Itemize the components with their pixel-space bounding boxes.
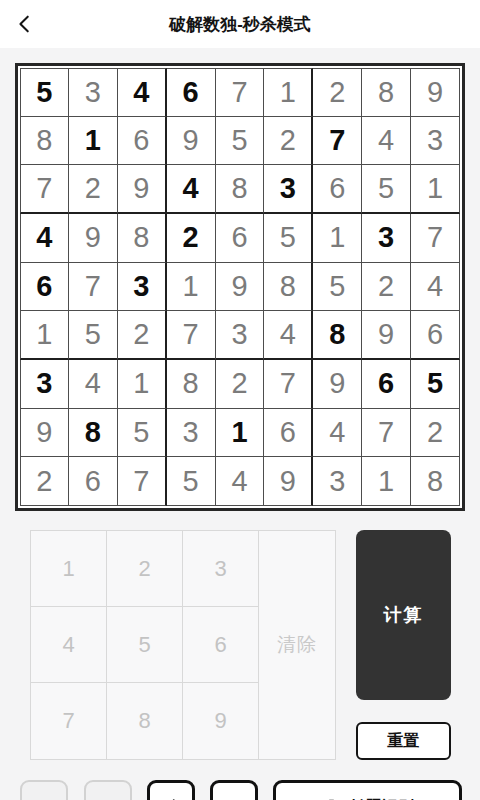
sudoku-cell[interactable]: 7: [69, 263, 118, 312]
sudoku-cell[interactable]: 5: [362, 165, 411, 214]
sudoku-cell[interactable]: 7: [20, 165, 69, 214]
sudoku-cell[interactable]: 4: [313, 409, 362, 458]
keypad-key-6[interactable]: 6: [183, 607, 259, 683]
sudoku-cell[interactable]: 1: [69, 117, 118, 166]
reset-button[interactable]: 重置: [356, 722, 451, 760]
keypad-key-8[interactable]: 8: [107, 683, 183, 759]
sudoku-cell[interactable]: 6: [118, 117, 167, 166]
sudoku-cell[interactable]: 6: [167, 68, 216, 117]
sudoku-cell[interactable]: 9: [313, 360, 362, 409]
sudoku-cell[interactable]: 1: [216, 409, 265, 458]
sudoku-board: 5346712898169527437294836514982651376731…: [15, 63, 465, 511]
sudoku-cell[interactable]: 7: [216, 68, 265, 117]
sudoku-cell[interactable]: 7: [118, 457, 167, 506]
sudoku-cell[interactable]: 8: [264, 263, 313, 312]
collapse-button[interactable]: ▲: [210, 780, 258, 800]
sudoku-cell[interactable]: 8: [20, 117, 69, 166]
sudoku-cell[interactable]: 5: [20, 68, 69, 117]
prev-step-button[interactable]: ◀: [20, 780, 68, 800]
sudoku-cell[interactable]: 3: [411, 117, 460, 166]
sudoku-cell[interactable]: 4: [118, 68, 167, 117]
sudoku-cell[interactable]: 5: [411, 360, 460, 409]
sudoku-cell[interactable]: 1: [118, 360, 167, 409]
sudoku-cell[interactable]: 1: [362, 457, 411, 506]
sudoku-cell[interactable]: 5: [216, 117, 265, 166]
keypad-key-7[interactable]: 7: [31, 683, 107, 759]
sudoku-cell[interactable]: 2: [362, 263, 411, 312]
sudoku-cell[interactable]: 3: [313, 457, 362, 506]
sudoku-cell[interactable]: 3: [69, 68, 118, 117]
sudoku-cell[interactable]: 3: [118, 263, 167, 312]
sudoku-cell[interactable]: 6: [411, 311, 460, 360]
sudoku-cell[interactable]: 1: [20, 311, 69, 360]
sudoku-cell[interactable]: 8: [69, 409, 118, 458]
back-button[interactable]: [10, 9, 40, 39]
sudoku-cell[interactable]: 9: [118, 165, 167, 214]
sudoku-cell[interactable]: 5: [118, 409, 167, 458]
calculate-button[interactable]: 计算: [356, 530, 451, 700]
sudoku-cell[interactable]: 5: [167, 457, 216, 506]
keypad-key-2[interactable]: 2: [107, 531, 183, 607]
sudoku-cell[interactable]: 2: [216, 360, 265, 409]
sudoku-cell[interactable]: 4: [264, 311, 313, 360]
header: 破解数独-秒杀模式: [0, 0, 480, 48]
photo-recognize-button[interactable]: 拍照识别: [273, 780, 462, 800]
pen-mode-button[interactable]: [147, 780, 195, 800]
sudoku-cell[interactable]: 7: [313, 117, 362, 166]
keypad-key-3[interactable]: 3: [183, 531, 259, 607]
sudoku-cell[interactable]: 3: [362, 214, 411, 263]
sudoku-cell[interactable]: 2: [264, 117, 313, 166]
photo-recognize-label: 拍照识别: [350, 797, 414, 800]
sudoku-cell[interactable]: 9: [216, 263, 265, 312]
sudoku-cell[interactable]: 8: [167, 360, 216, 409]
sudoku-cell[interactable]: 8: [411, 457, 460, 506]
sudoku-cell[interactable]: 8: [118, 214, 167, 263]
sudoku-cell[interactable]: 6: [69, 457, 118, 506]
sudoku-cell[interactable]: 7: [264, 360, 313, 409]
keypad-key-5[interactable]: 5: [107, 607, 183, 683]
sudoku-cell[interactable]: 6: [313, 165, 362, 214]
sudoku-cell[interactable]: 4: [69, 360, 118, 409]
sudoku-cell[interactable]: 4: [216, 457, 265, 506]
sudoku-cell[interactable]: 4: [167, 165, 216, 214]
sudoku-cell[interactable]: 9: [69, 214, 118, 263]
app-screen: 破解数独-秒杀模式 534671289816952743729483651498…: [0, 0, 480, 800]
sudoku-cell[interactable]: 6: [362, 360, 411, 409]
sudoku-cell[interactable]: 9: [411, 68, 460, 117]
sudoku-cell[interactable]: 9: [362, 311, 411, 360]
keypad-key-4[interactable]: 4: [31, 607, 107, 683]
sudoku-grid-cells: 5346712898169527437294836514982651376731…: [20, 68, 460, 506]
sudoku-cell[interactable]: 4: [362, 117, 411, 166]
page-title: 破解数独-秒杀模式: [169, 13, 311, 36]
sudoku-cell[interactable]: 2: [313, 68, 362, 117]
keypad-key-1[interactable]: 1: [31, 531, 107, 607]
keypad-keys: 123456789: [31, 531, 259, 759]
chevron-left-icon: [14, 13, 36, 35]
sudoku-cell[interactable]: 9: [167, 117, 216, 166]
sudoku-cell[interactable]: 9: [20, 409, 69, 458]
sudoku-cell[interactable]: 7: [411, 214, 460, 263]
pen-icon: [160, 796, 182, 800]
sudoku-cell[interactable]: 4: [20, 214, 69, 263]
clear-button[interactable]: 清除: [259, 531, 335, 759]
sudoku-cell[interactable]: 3: [216, 311, 265, 360]
sudoku-cell[interactable]: 2: [118, 311, 167, 360]
number-keypad: 123456789 清除: [30, 530, 336, 760]
sudoku-cell[interactable]: 5: [313, 263, 362, 312]
sudoku-cell[interactable]: 1: [264, 68, 313, 117]
sudoku-cell[interactable]: 2: [411, 409, 460, 458]
sudoku-cell[interactable]: 5: [264, 214, 313, 263]
sudoku-cell[interactable]: 8: [362, 68, 411, 117]
sudoku-cell[interactable]: 2: [20, 457, 69, 506]
sudoku-cell[interactable]: 5: [69, 311, 118, 360]
sudoku-cell[interactable]: 1: [313, 214, 362, 263]
keypad-key-9[interactable]: 9: [183, 683, 259, 759]
sudoku-cell[interactable]: 7: [167, 311, 216, 360]
sudoku-cell[interactable]: 8: [313, 311, 362, 360]
sudoku-cell[interactable]: 6: [216, 214, 265, 263]
sudoku-cell[interactable]: 3: [167, 409, 216, 458]
sudoku-cell[interactable]: 6: [264, 409, 313, 458]
sudoku-cell[interactable]: 4: [411, 263, 460, 312]
sudoku-cell[interactable]: 7: [362, 409, 411, 458]
sudoku-cell[interactable]: 8: [216, 165, 265, 214]
sudoku-cell[interactable]: 2: [167, 214, 216, 263]
sudoku-cell[interactable]: 2: [69, 165, 118, 214]
sudoku-cell[interactable]: 1: [167, 263, 216, 312]
sudoku-cell[interactable]: 9: [264, 457, 313, 506]
sudoku-cell[interactable]: 6: [20, 263, 69, 312]
sudoku-cell[interactable]: 3: [20, 360, 69, 409]
sudoku-cell[interactable]: 3: [264, 165, 313, 214]
next-step-button[interactable]: ▶: [84, 780, 132, 800]
sudoku-cell[interactable]: 1: [411, 165, 460, 214]
